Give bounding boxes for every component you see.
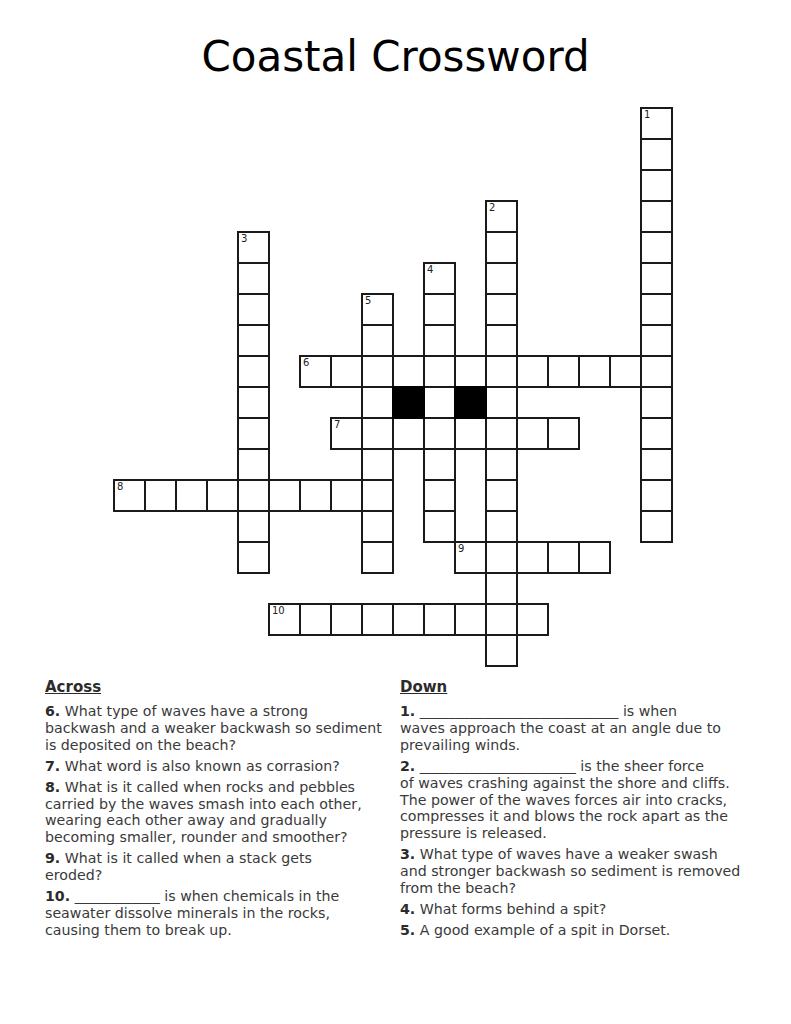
grid-cell[interactable]	[640, 324, 673, 357]
grid-cell[interactable]	[485, 541, 518, 574]
grid-cell[interactable]	[299, 479, 332, 512]
grid-cell[interactable]	[640, 479, 673, 512]
clue-text: What forms behind a spit?	[420, 901, 607, 917]
grid-cell[interactable]	[237, 541, 270, 574]
grid-cell[interactable]: 7	[330, 417, 363, 450]
page-title: Coastal Crossword	[0, 32, 791, 81]
grid-cell[interactable]	[361, 448, 394, 481]
grid-cell[interactable]	[361, 417, 394, 450]
clue-number: 2.	[400, 758, 415, 774]
clue-down-3: 3. What type of waves have a weaker swas…	[400, 846, 764, 897]
clue-text: ____________ is when chemicals in the se…	[45, 888, 339, 938]
grid-cell[interactable]	[423, 448, 456, 481]
cell-number: 8	[117, 481, 123, 492]
grid-cell[interactable]	[485, 572, 518, 605]
grid-cell[interactable]	[423, 479, 456, 512]
clue-text: What type of waves have a weaker swash a…	[400, 846, 740, 896]
clue-number: 8.	[45, 779, 60, 795]
grid-cell[interactable]	[640, 417, 673, 450]
grid-cell[interactable]	[330, 355, 363, 388]
cell-number: 10	[272, 605, 285, 616]
grid-cell[interactable]	[578, 541, 611, 574]
grid-cell[interactable]: 3	[237, 231, 270, 264]
grid-cell[interactable]	[361, 355, 394, 388]
grid-cell[interactable]	[640, 355, 673, 388]
clue-down-1: 1. ____________________________ is when …	[400, 703, 764, 754]
grid-cell[interactable]	[485, 262, 518, 295]
grid-cell[interactable]	[330, 603, 363, 636]
clue-across-6: 6. What type of waves have a strong back…	[45, 703, 397, 754]
grid-cell[interactable]: 1	[640, 107, 673, 140]
grid-cell[interactable]	[485, 479, 518, 512]
grid-cell[interactable]	[516, 355, 549, 388]
grid-cell[interactable]	[392, 603, 425, 636]
grid-cell[interactable]	[237, 510, 270, 543]
grid-cell[interactable]	[237, 355, 270, 388]
grid-cell[interactable]	[547, 417, 580, 450]
grid-cell[interactable]: 8	[113, 479, 146, 512]
across-clues-section: Across 6. What type of waves have a stro…	[45, 678, 397, 943]
grid-cell[interactable]	[516, 417, 549, 450]
grid-cell[interactable]	[361, 386, 394, 419]
grid-cell[interactable]	[547, 541, 580, 574]
grid-cell[interactable]	[237, 448, 270, 481]
clue-number: 1.	[400, 703, 415, 719]
grid-cell[interactable]	[516, 603, 549, 636]
grid-cell[interactable]	[485, 417, 518, 450]
grid-cell[interactable]	[237, 324, 270, 357]
across-header: Across	[45, 678, 397, 696]
clue-number: 10.	[45, 888, 70, 904]
grid-cell[interactable]	[485, 510, 518, 543]
grid-cell[interactable]	[144, 479, 177, 512]
grid-cell[interactable]	[640, 262, 673, 295]
grid-cell[interactable]: 9	[454, 541, 487, 574]
clue-number: 6.	[45, 703, 60, 719]
grid-cell[interactable]	[640, 138, 673, 171]
grid-cell[interactable]	[485, 355, 518, 388]
down-header: Down	[400, 678, 764, 696]
grid-cell[interactable]: 10	[268, 603, 301, 636]
grid-cell[interactable]	[361, 324, 394, 357]
grid-cell[interactable]	[640, 448, 673, 481]
grid-cell[interactable]	[485, 448, 518, 481]
down-clues-section: Down 1. ____________________________ is …	[400, 678, 764, 943]
grid-cell[interactable]	[454, 417, 487, 450]
grid-cell[interactable]	[361, 541, 394, 574]
clue-number: 4.	[400, 901, 415, 917]
grid-cell[interactable]	[640, 169, 673, 202]
grid-cell[interactable]	[423, 417, 456, 450]
cell-number: 1	[644, 109, 650, 120]
cell-number: 4	[427, 264, 433, 275]
grid-cell[interactable]	[392, 355, 425, 388]
cell-number: 2	[489, 202, 495, 213]
grid-cell[interactable]: 2	[485, 200, 518, 233]
cell-number: 3	[241, 233, 247, 244]
grid-cell[interactable]	[516, 541, 549, 574]
grid-cell[interactable]	[547, 355, 580, 388]
grid-cell[interactable]	[268, 479, 301, 512]
clue-text: A good example of a spit in Dorset.	[420, 922, 671, 938]
grid-cell[interactable]	[485, 231, 518, 264]
grid-cell[interactable]	[485, 603, 518, 636]
grid-cell[interactable]	[237, 417, 270, 450]
grid-cell[interactable]	[640, 231, 673, 264]
grid-cell[interactable]	[237, 293, 270, 326]
cell-number: 6	[303, 357, 309, 368]
clue-across-7: 7. What word is also known as corrasion?	[45, 758, 397, 775]
clue-text: ____________________________ is when wav…	[400, 703, 721, 753]
grid-cell[interactable]	[578, 355, 611, 388]
clue-text: What word is also known as corrasion?	[65, 758, 340, 774]
grid-cell[interactable]	[640, 386, 673, 419]
grid-cell[interactable]	[640, 200, 673, 233]
grid-cell[interactable]	[485, 634, 518, 667]
crossword-grid: 12345678910	[113, 107, 675, 669]
clue-down-4: 4. What forms behind a spit?	[400, 901, 764, 918]
grid-cell[interactable]	[361, 479, 394, 512]
cell-number: 9	[458, 543, 464, 554]
clue-text: ______________________ is the sheer forc…	[400, 758, 730, 842]
clue-number: 3.	[400, 846, 415, 862]
grid-cell[interactable]	[485, 386, 518, 419]
grid-cell[interactable]	[609, 355, 642, 388]
grid-cell[interactable]: 6	[299, 355, 332, 388]
clue-down-2: 2. ______________________ is the sheer f…	[400, 758, 764, 843]
grid-cell[interactable]	[640, 510, 673, 543]
clue-across-9: 9. What is it called when a stack gets e…	[45, 850, 397, 884]
clue-down-5: 5. A good example of a spit in Dorset.	[400, 922, 764, 939]
grid-cell[interactable]	[392, 417, 425, 450]
grid-cell[interactable]	[423, 293, 456, 326]
grid-cell[interactable]	[175, 479, 208, 512]
cell-number: 7	[334, 419, 340, 430]
clue-across-8: 8. What is it called when rocks and pebb…	[45, 779, 397, 847]
clue-text: What type of waves have a strong backwas…	[45, 703, 382, 753]
clue-text: What is it called when rocks and pebbles…	[45, 779, 362, 846]
black-cell	[392, 386, 425, 419]
clue-across-10: 10. ____________ is when chemicals in th…	[45, 888, 397, 939]
grid-cell[interactable]	[454, 355, 487, 388]
clue-text: What is it called when a stack gets erod…	[45, 850, 312, 883]
grid-cell[interactable]	[423, 510, 456, 543]
clue-number: 5.	[400, 922, 415, 938]
grid-cell[interactable]	[454, 603, 487, 636]
grid-cell[interactable]	[361, 603, 394, 636]
clue-number: 9.	[45, 850, 60, 866]
grid-cell[interactable]	[237, 386, 270, 419]
grid-cell[interactable]	[423, 603, 456, 636]
grid-cell[interactable]	[640, 293, 673, 326]
grid-cell[interactable]	[361, 510, 394, 543]
grid-cell[interactable]	[485, 293, 518, 326]
grid-cell[interactable]	[237, 479, 270, 512]
grid-cell[interactable]: 5	[361, 293, 394, 326]
cell-number: 5	[365, 295, 371, 306]
black-cell	[454, 386, 487, 419]
grid-cell[interactable]	[206, 479, 239, 512]
grid-cell[interactable]	[423, 386, 456, 419]
clue-number: 7.	[45, 758, 60, 774]
grid-cell[interactable]	[237, 262, 270, 295]
grid-cell[interactable]	[485, 324, 518, 357]
grid-cell[interactable]	[423, 324, 456, 357]
grid-cell[interactable]	[299, 603, 332, 636]
grid-cell[interactable]	[330, 479, 363, 512]
grid-cell[interactable]: 4	[423, 262, 456, 295]
grid-cell[interactable]	[423, 355, 456, 388]
